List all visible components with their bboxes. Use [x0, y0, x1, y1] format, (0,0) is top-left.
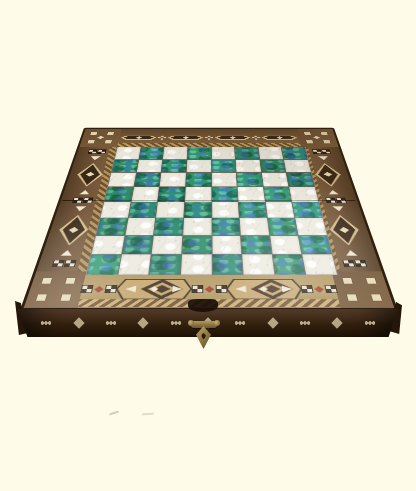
square-d3[interactable]	[183, 218, 211, 235]
product-photo	[0, 0, 416, 491]
red-diamond-inlay	[314, 286, 324, 293]
square-h7[interactable]	[284, 160, 311, 173]
square-d7[interactable]	[187, 160, 211, 173]
pearl-triangle-inlay	[327, 190, 338, 194]
square-g3[interactable]	[268, 218, 298, 235]
square-f8[interactable]	[235, 147, 259, 159]
border-corner-ornament	[79, 129, 121, 147]
square-e6[interactable]	[212, 173, 237, 187]
pearl-triangle-inlay	[90, 156, 100, 160]
diamond-inlay	[138, 317, 149, 328]
square-b7[interactable]	[137, 160, 163, 173]
pearl-square-inlay	[366, 278, 376, 284]
pearl-square-inlay	[66, 278, 76, 284]
square-f6[interactable]	[237, 173, 263, 187]
dot-inlay	[40, 320, 52, 326]
clasp-recess	[188, 299, 218, 312]
square-b2[interactable]	[122, 236, 153, 254]
square-e2[interactable]	[212, 236, 241, 254]
square-h2[interactable]	[299, 236, 332, 254]
pearl-triangle-inlay	[344, 250, 357, 256]
diamond-medallion-inlay	[326, 215, 364, 246]
clasp-hole	[201, 333, 206, 340]
diamond-inlay	[267, 317, 278, 328]
square-d2[interactable]	[182, 236, 211, 254]
square-h4[interactable]	[292, 202, 322, 218]
diamond-medallion-inlay	[73, 163, 105, 187]
pearl-dot-inlay	[314, 136, 321, 139]
diamond-medallion-inlay	[114, 278, 193, 301]
square-e4[interactable]	[212, 202, 239, 218]
square-b6[interactable]	[134, 173, 161, 187]
square-c3[interactable]	[154, 218, 183, 235]
checker-red-inlay-group	[302, 286, 337, 293]
playing-grid	[86, 147, 339, 275]
dot-inlay	[170, 320, 182, 326]
pearl-dot-inlay	[304, 132, 311, 135]
pearl-dot-inlay	[98, 136, 105, 139]
lens-medallion-inlay	[120, 135, 156, 139]
dot-cluster-inlay	[252, 136, 261, 140]
diamond-medallion-inlay	[225, 278, 304, 301]
square-h6[interactable]	[287, 173, 315, 187]
square-a2[interactable]	[92, 236, 125, 254]
background-smudge	[109, 411, 119, 416]
square-b4[interactable]	[128, 202, 157, 218]
checker-inlay-pair	[313, 150, 330, 154]
dot-inlay	[364, 320, 376, 326]
checker-red-inlay-group	[81, 286, 116, 293]
pearl-dot-inlay	[105, 140, 112, 143]
diamond-medallion-inlay	[54, 215, 92, 246]
red-diamond-inlay	[94, 286, 104, 293]
checker-inlay	[192, 286, 202, 293]
checker-inlay	[81, 286, 92, 293]
square-c2[interactable]	[152, 236, 182, 254]
pearl-square-inlay	[61, 295, 71, 301]
pearl-square-inlay	[371, 295, 382, 301]
square-a3[interactable]	[96, 218, 127, 235]
background-smudge	[142, 413, 154, 416]
square-e3[interactable]	[212, 218, 240, 235]
checker-red-inlay-group	[192, 286, 226, 293]
square-e7[interactable]	[212, 160, 236, 173]
diamond-medallion-inlay	[312, 163, 344, 187]
square-e1[interactable]	[212, 255, 243, 275]
square-c4[interactable]	[156, 202, 184, 218]
checker-inlay	[302, 286, 313, 293]
square-f3[interactable]	[240, 218, 269, 235]
square-f7[interactable]	[236, 160, 261, 173]
square-g8[interactable]	[258, 147, 283, 159]
pearl-triangle-inlay	[79, 190, 90, 194]
square-a1[interactable]	[87, 255, 121, 275]
pearl-dot-inlay	[87, 140, 94, 143]
square-g4[interactable]	[266, 202, 295, 218]
square-a4[interactable]	[100, 202, 130, 218]
square-d6[interactable]	[186, 173, 211, 187]
square-b1[interactable]	[118, 255, 151, 275]
dot-cluster-inlay	[158, 136, 167, 140]
square-d1[interactable]	[181, 255, 211, 275]
red-diamond-inlay	[204, 286, 214, 293]
checker-inlay	[325, 286, 336, 293]
pearl-dot-inlay	[321, 132, 328, 135]
square-h8[interactable]	[282, 147, 308, 159]
square-a7[interactable]	[112, 160, 139, 173]
square-g2[interactable]	[270, 236, 302, 254]
checker-inlay-pair	[88, 150, 105, 154]
square-b3[interactable]	[125, 218, 155, 235]
square-f1[interactable]	[242, 255, 274, 275]
pearl-dot-inlay	[90, 132, 97, 135]
lens-medallion-inlay	[215, 135, 251, 139]
checker-inlay	[216, 286, 226, 293]
pearl-dot-inlay	[323, 140, 330, 143]
pearl-triangle-inlay	[332, 206, 344, 211]
chess-board	[20, 128, 398, 310]
checker-inlay-pair	[343, 260, 366, 266]
pearl-triangle-inlay	[74, 206, 86, 211]
square-c1[interactable]	[149, 255, 181, 275]
square-c8[interactable]	[163, 147, 187, 159]
border-corner-ornament	[332, 271, 395, 307]
pearl-square-inlay	[342, 278, 352, 284]
border-corner-ornament	[297, 129, 339, 147]
checker-inlay-pair	[52, 260, 75, 266]
pearl-triangle-inlay	[318, 156, 328, 160]
square-a8[interactable]	[115, 147, 141, 159]
square-g6[interactable]	[262, 173, 289, 187]
dot-cluster-inlay	[205, 136, 213, 140]
diamond-inlay	[73, 317, 84, 328]
square-g7[interactable]	[260, 160, 286, 173]
square-a6[interactable]	[108, 173, 136, 187]
fold-seam	[62, 200, 355, 201]
square-e8[interactable]	[211, 147, 235, 159]
pearl-square-inlay	[41, 278, 51, 284]
square-c6[interactable]	[160, 173, 186, 187]
square-d4[interactable]	[184, 202, 211, 218]
pearl-square-inlay	[347, 295, 357, 301]
square-d8[interactable]	[187, 147, 210, 159]
board-border-top	[117, 129, 301, 147]
pearl-square-inlay	[36, 295, 47, 301]
diamond-inlay	[332, 317, 343, 328]
pearl-dot-inlay	[306, 140, 313, 143]
dot-inlay	[105, 320, 117, 326]
square-c7[interactable]	[162, 160, 187, 173]
pearl-dot-inlay	[107, 132, 114, 135]
square-h3[interactable]	[296, 218, 327, 235]
dot-inlay	[234, 320, 246, 326]
pearl-triangle-inlay	[60, 250, 73, 256]
border-corner-ornament	[24, 271, 87, 307]
lens-medallion-inlay	[168, 135, 204, 139]
lens-medallion-inlay	[261, 135, 297, 139]
square-f4[interactable]	[239, 202, 267, 218]
square-h1[interactable]	[303, 255, 337, 275]
square-f2[interactable]	[241, 236, 271, 254]
square-b8[interactable]	[139, 147, 164, 159]
square-g1[interactable]	[272, 255, 305, 275]
dot-inlay	[299, 320, 311, 326]
